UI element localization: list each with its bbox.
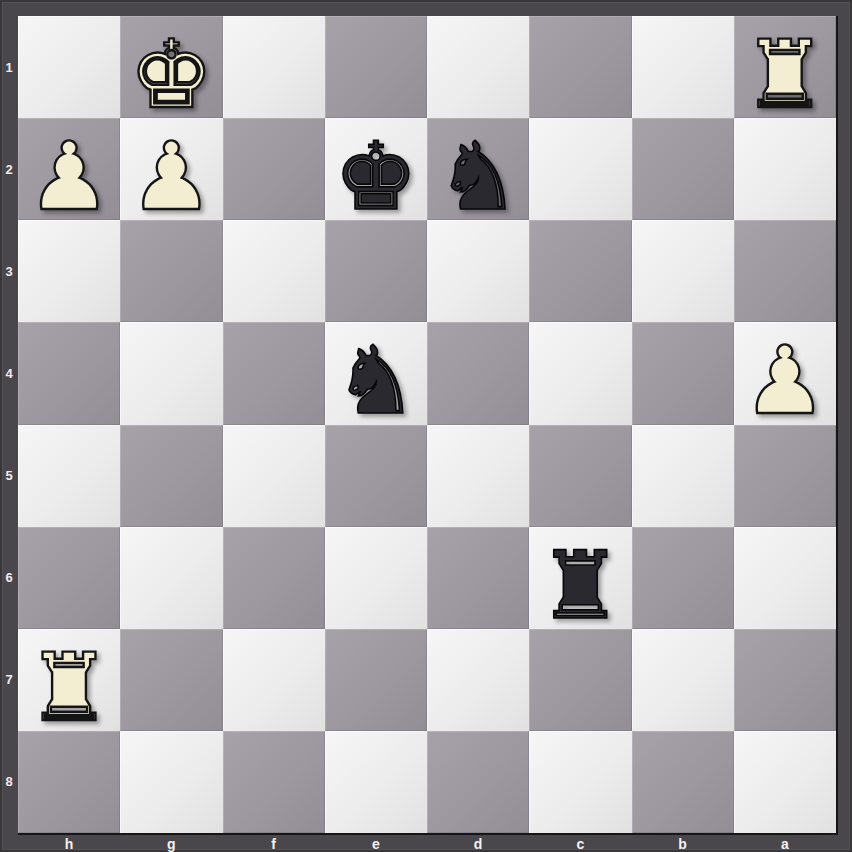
file-label-d: d bbox=[427, 835, 529, 852]
square-a3[interactable] bbox=[734, 220, 836, 322]
white-pawn[interactable]: ♟ bbox=[743, 330, 827, 432]
chessboard-frame: 12345678 ♚♜♟♟♚♞♞♟♜♜ hgfedcba bbox=[0, 0, 852, 852]
square-h1[interactable] bbox=[18, 16, 120, 118]
rank-label-8: 8 bbox=[0, 731, 18, 833]
square-c5[interactable] bbox=[529, 425, 631, 527]
black-king[interactable]: ♚ bbox=[334, 126, 418, 228]
white-pawn[interactable]: ♟ bbox=[27, 126, 111, 228]
square-d6[interactable] bbox=[427, 527, 529, 629]
square-c1[interactable] bbox=[529, 16, 631, 118]
square-e1[interactable] bbox=[325, 16, 427, 118]
square-d8[interactable] bbox=[427, 731, 529, 833]
square-d2[interactable]: ♞ bbox=[427, 118, 529, 220]
square-a6[interactable] bbox=[734, 527, 836, 629]
square-d3[interactable] bbox=[427, 220, 529, 322]
square-c3[interactable] bbox=[529, 220, 631, 322]
square-d4[interactable] bbox=[427, 322, 529, 424]
square-g3[interactable] bbox=[120, 220, 222, 322]
square-f8[interactable] bbox=[223, 731, 325, 833]
file-label-h: h bbox=[18, 835, 120, 852]
square-f4[interactable] bbox=[223, 322, 325, 424]
rank-label-7: 7 bbox=[0, 629, 18, 731]
square-b3[interactable] bbox=[632, 220, 734, 322]
square-e7[interactable] bbox=[325, 629, 427, 731]
square-c2[interactable] bbox=[529, 118, 631, 220]
file-label-f: f bbox=[223, 835, 325, 852]
black-knight[interactable]: ♞ bbox=[436, 126, 520, 228]
square-e3[interactable] bbox=[325, 220, 427, 322]
square-e8[interactable] bbox=[325, 731, 427, 833]
square-c6[interactable]: ♜ bbox=[529, 527, 631, 629]
file-label-e: e bbox=[325, 835, 427, 852]
square-b6[interactable] bbox=[632, 527, 734, 629]
white-rook[interactable]: ♜ bbox=[743, 24, 827, 126]
square-b1[interactable] bbox=[632, 16, 734, 118]
square-a4[interactable]: ♟ bbox=[734, 322, 836, 424]
white-king[interactable]: ♚ bbox=[129, 24, 213, 126]
white-pawn[interactable]: ♟ bbox=[129, 126, 213, 228]
file-labels: hgfedcba bbox=[18, 835, 836, 852]
file-label-a: a bbox=[734, 835, 836, 852]
square-d7[interactable] bbox=[427, 629, 529, 731]
square-g8[interactable] bbox=[120, 731, 222, 833]
square-e4[interactable]: ♞ bbox=[325, 322, 427, 424]
chessboard[interactable]: ♚♜♟♟♚♞♞♟♜♜ bbox=[18, 16, 838, 835]
square-h6[interactable] bbox=[18, 527, 120, 629]
square-h3[interactable] bbox=[18, 220, 120, 322]
square-d5[interactable] bbox=[427, 425, 529, 527]
rank-label-4: 4 bbox=[0, 322, 18, 424]
square-f5[interactable] bbox=[223, 425, 325, 527]
square-a2[interactable] bbox=[734, 118, 836, 220]
rank-label-1: 1 bbox=[0, 16, 18, 118]
square-g1[interactable]: ♚ bbox=[120, 16, 222, 118]
square-g2[interactable]: ♟ bbox=[120, 118, 222, 220]
file-label-g: g bbox=[120, 835, 222, 852]
square-g6[interactable] bbox=[120, 527, 222, 629]
square-a8[interactable] bbox=[734, 731, 836, 833]
square-e2[interactable]: ♚ bbox=[325, 118, 427, 220]
square-b4[interactable] bbox=[632, 322, 734, 424]
square-h5[interactable] bbox=[18, 425, 120, 527]
square-e5[interactable] bbox=[325, 425, 427, 527]
square-h8[interactable] bbox=[18, 731, 120, 833]
square-c4[interactable] bbox=[529, 322, 631, 424]
square-f1[interactable] bbox=[223, 16, 325, 118]
square-d1[interactable] bbox=[427, 16, 529, 118]
black-rook[interactable]: ♜ bbox=[538, 535, 622, 637]
rank-label-2: 2 bbox=[0, 118, 18, 220]
square-h4[interactable] bbox=[18, 322, 120, 424]
square-g4[interactable] bbox=[120, 322, 222, 424]
square-f2[interactable] bbox=[223, 118, 325, 220]
square-f3[interactable] bbox=[223, 220, 325, 322]
black-knight[interactable]: ♞ bbox=[334, 330, 418, 432]
square-c8[interactable] bbox=[529, 731, 631, 833]
square-g5[interactable] bbox=[120, 425, 222, 527]
square-a7[interactable] bbox=[734, 629, 836, 731]
rank-label-6: 6 bbox=[0, 527, 18, 629]
square-a5[interactable] bbox=[734, 425, 836, 527]
square-b2[interactable] bbox=[632, 118, 734, 220]
square-h2[interactable]: ♟ bbox=[18, 118, 120, 220]
square-a1[interactable]: ♜ bbox=[734, 16, 836, 118]
rank-label-5: 5 bbox=[0, 425, 18, 527]
rank-label-3: 3 bbox=[0, 220, 18, 322]
square-g7[interactable] bbox=[120, 629, 222, 731]
square-f7[interactable] bbox=[223, 629, 325, 731]
white-rook[interactable]: ♜ bbox=[27, 637, 111, 739]
square-b5[interactable] bbox=[632, 425, 734, 527]
square-e6[interactable] bbox=[325, 527, 427, 629]
square-b7[interactable] bbox=[632, 629, 734, 731]
square-b8[interactable] bbox=[632, 731, 734, 833]
file-label-c: c bbox=[529, 835, 631, 852]
file-label-b: b bbox=[632, 835, 734, 852]
rank-labels: 12345678 bbox=[0, 16, 18, 833]
square-f6[interactable] bbox=[223, 527, 325, 629]
square-h7[interactable]: ♜ bbox=[18, 629, 120, 731]
square-c7[interactable] bbox=[529, 629, 631, 731]
